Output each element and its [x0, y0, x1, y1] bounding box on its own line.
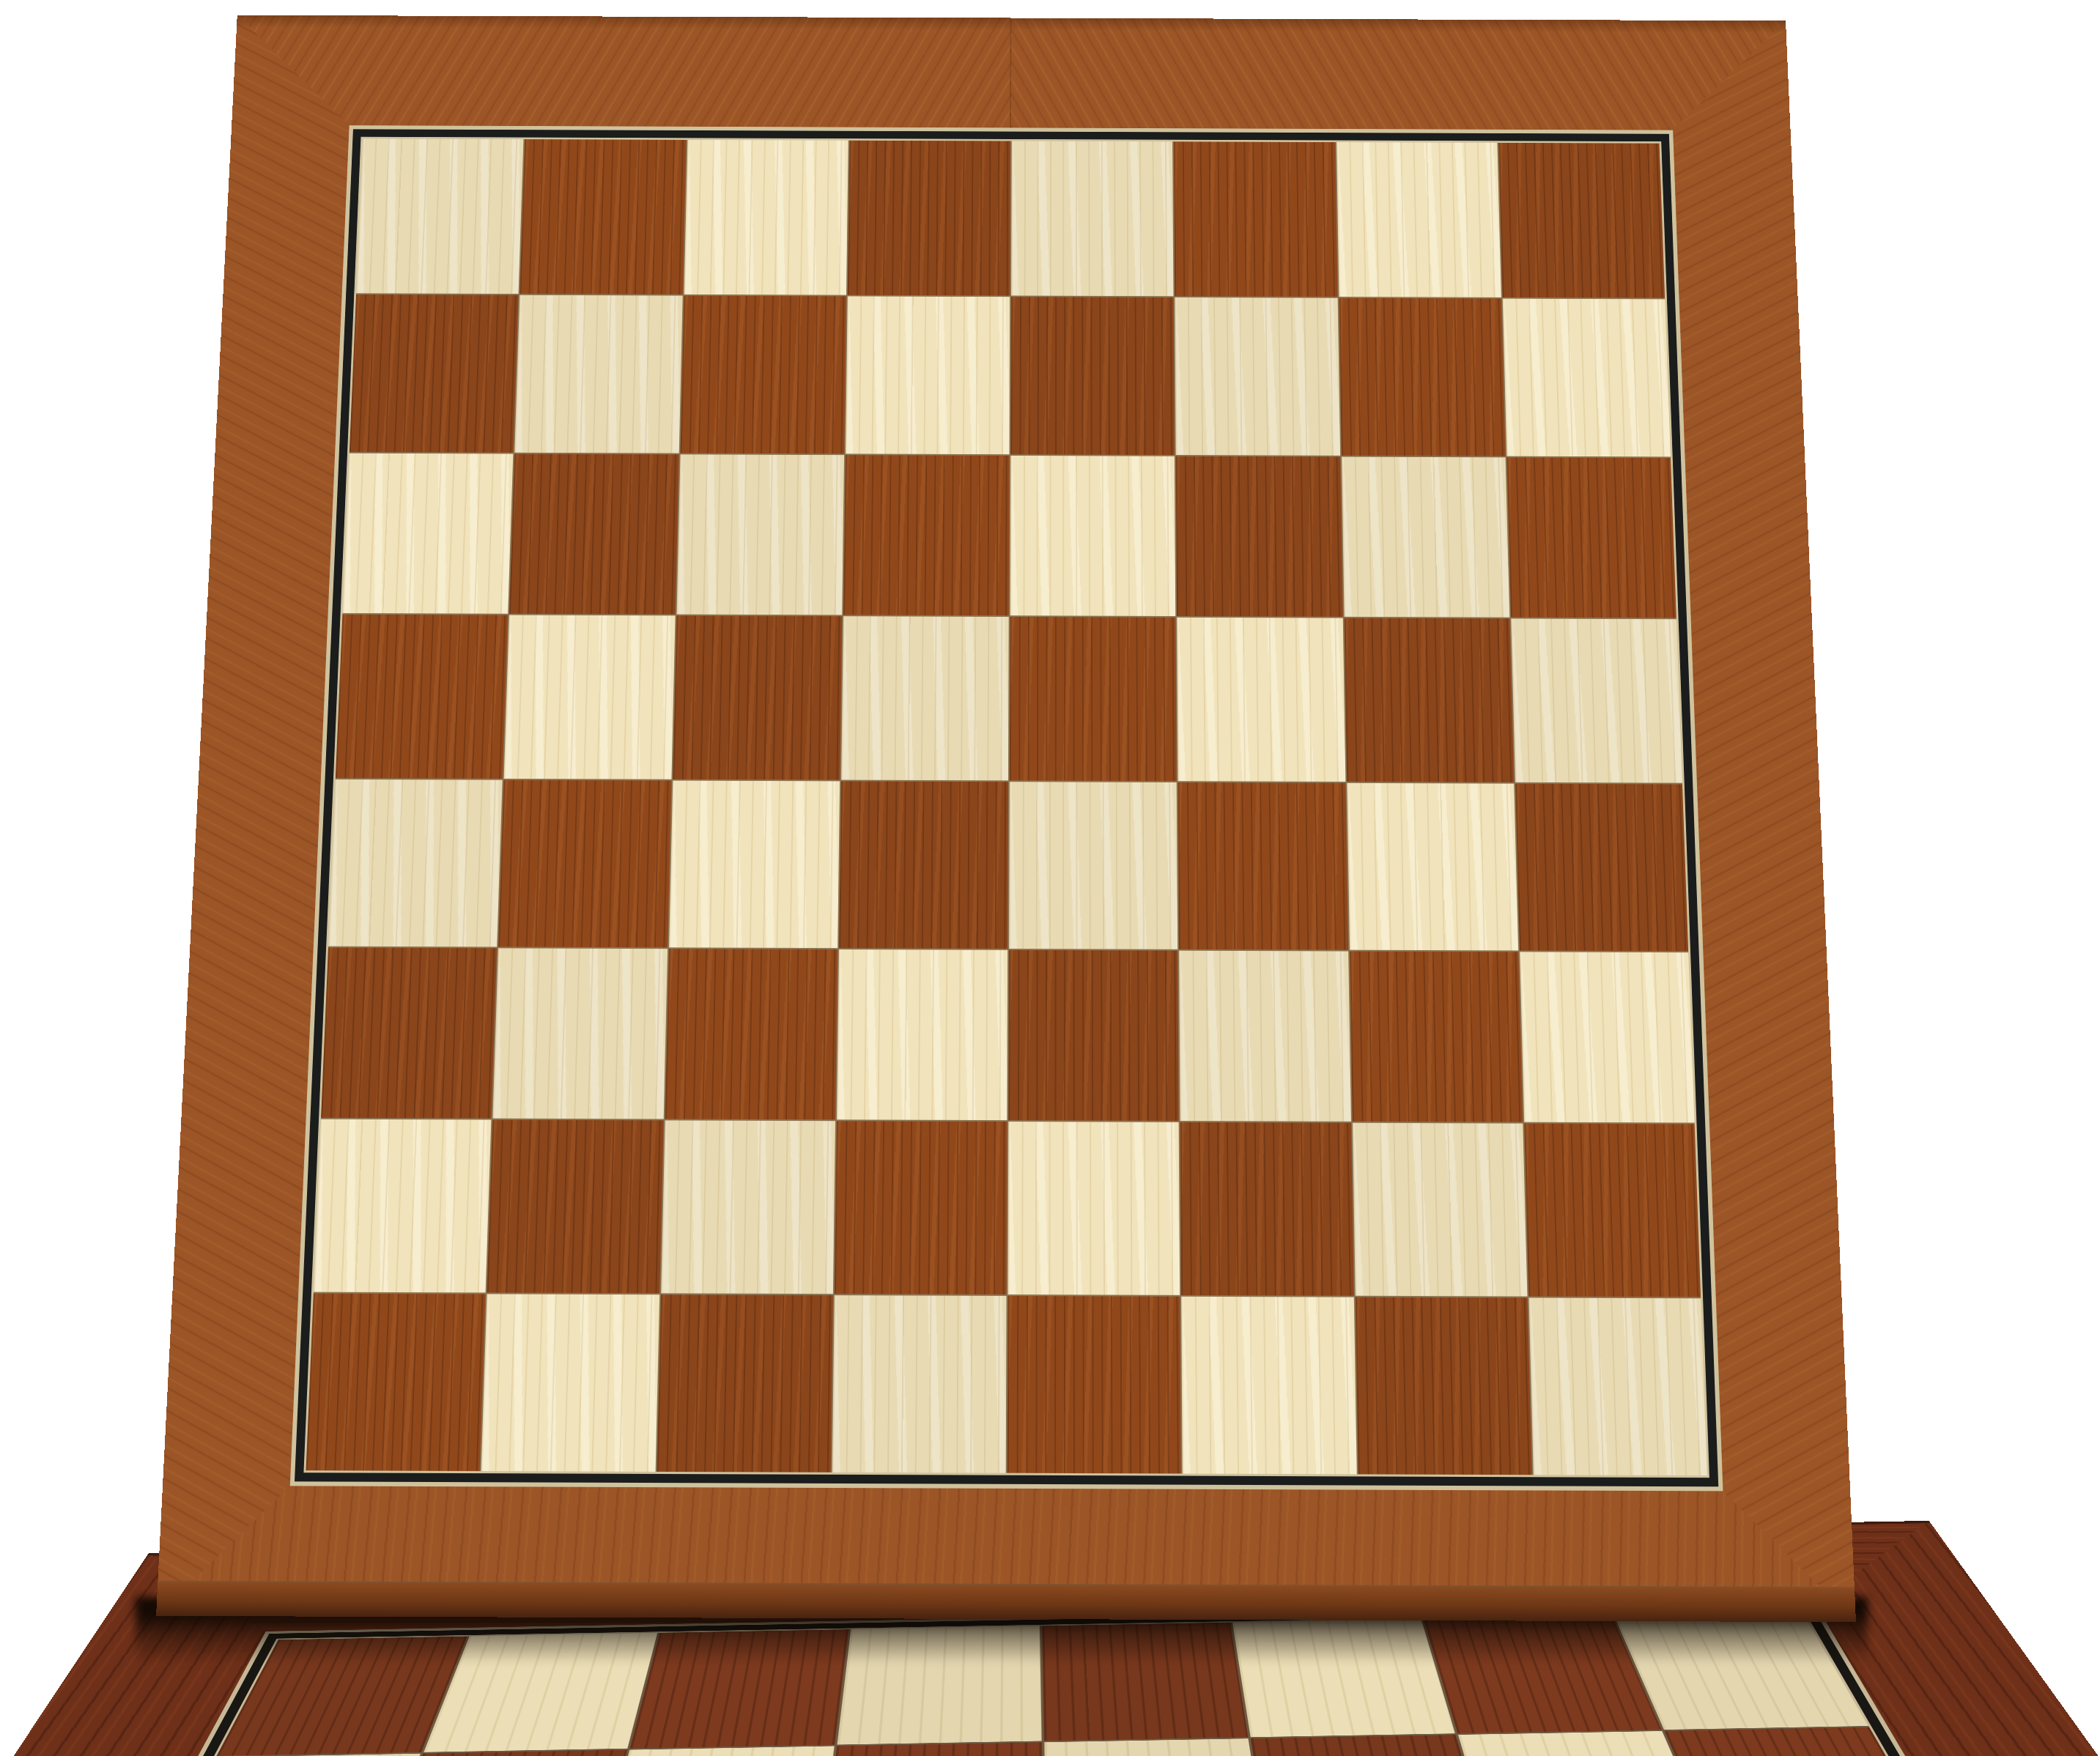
square-c8[interactable] [684, 140, 848, 295]
square-g6[interactable] [1342, 456, 1509, 618]
square-h8[interactable] [1498, 143, 1665, 298]
square-d3[interactable] [837, 949, 1008, 1120]
square-d8[interactable] [848, 141, 1010, 296]
square-g7[interactable] [1339, 298, 1505, 456]
square-c3[interactable] [665, 949, 838, 1119]
square-b5[interactable] [504, 615, 675, 779]
square-h7[interactable] [1503, 298, 1671, 456]
square-a6[interactable] [342, 453, 513, 614]
square-g5[interactable] [1344, 618, 1514, 782]
square-h6[interactable] [1506, 457, 1676, 618]
table-square-r1c3 [821, 1742, 1044, 1756]
square-e8[interactable] [1011, 141, 1174, 297]
display-board-bottom-bevel [156, 1581, 1856, 1622]
square-g3[interactable] [1350, 951, 1523, 1122]
square-h3[interactable] [1520, 952, 1695, 1122]
square-f4[interactable] [1178, 782, 1348, 949]
square-g4[interactable] [1347, 783, 1518, 950]
square-e3[interactable] [1008, 950, 1179, 1121]
square-e7[interactable] [1010, 297, 1175, 455]
square-h1[interactable] [1528, 1298, 1707, 1475]
square-b8[interactable] [520, 139, 686, 294]
square-c1[interactable] [657, 1295, 833, 1472]
display-board-wrapper [156, 15, 1856, 1622]
square-d1[interactable] [832, 1295, 1006, 1472]
square-d5[interactable] [841, 616, 1009, 780]
square-e2[interactable] [1008, 1122, 1180, 1296]
square-e5[interactable] [1010, 617, 1177, 781]
square-d2[interactable] [835, 1121, 1008, 1294]
square-b3[interactable] [493, 948, 668, 1119]
square-h5[interactable] [1511, 619, 1682, 783]
square-b1[interactable] [481, 1294, 659, 1472]
square-b4[interactable] [498, 780, 671, 947]
square-c5[interactable] [673, 616, 842, 780]
square-g2[interactable] [1352, 1122, 1527, 1297]
display-board-black-inlay [295, 129, 1718, 1486]
square-h2[interactable] [1524, 1123, 1701, 1297]
square-b7[interactable] [515, 295, 683, 453]
display-board-inner-pinstripe [303, 137, 1709, 1478]
square-a4[interactable] [328, 779, 503, 946]
display-board-pinstripe-inlay [290, 125, 1723, 1491]
square-c2[interactable] [661, 1120, 835, 1294]
square-f6[interactable] [1176, 456, 1342, 617]
square-e1[interactable] [1008, 1296, 1181, 1473]
square-a5[interactable] [336, 615, 508, 779]
square-c6[interactable] [676, 454, 844, 615]
square-c7[interactable] [680, 295, 846, 453]
square-h4[interactable] [1515, 784, 1688, 951]
square-f1[interactable] [1181, 1297, 1356, 1474]
square-a1[interactable] [306, 1294, 486, 1471]
display-board-frame-top [232, 15, 1790, 131]
photo-background: { "game": "chess", "scene_type": "empty … [0, 0, 2100, 1756]
square-f5[interactable] [1177, 618, 1345, 782]
table-square-r1c4 [1044, 1738, 1270, 1756]
display-board-playing-area [306, 138, 1707, 1475]
square-f7[interactable] [1175, 297, 1340, 456]
square-a7[interactable] [350, 294, 519, 453]
square-e6[interactable] [1010, 456, 1176, 617]
square-c4[interactable] [669, 781, 840, 948]
square-f2[interactable] [1180, 1122, 1353, 1296]
square-g1[interactable] [1355, 1297, 1531, 1475]
square-b2[interactable] [487, 1119, 663, 1293]
square-g8[interactable] [1336, 142, 1501, 297]
square-a8[interactable] [356, 138, 524, 293]
square-a2[interactable] [314, 1119, 492, 1292]
square-f3[interactable] [1179, 950, 1350, 1121]
square-a3[interactable] [321, 947, 497, 1118]
square-d4[interactable] [839, 781, 1008, 948]
square-d7[interactable] [846, 296, 1010, 454]
square-d6[interactable] [843, 455, 1010, 616]
square-f8[interactable] [1174, 141, 1337, 297]
display-board [156, 15, 1856, 1622]
square-b6[interactable] [509, 453, 679, 615]
square-e4[interactable] [1009, 782, 1177, 949]
